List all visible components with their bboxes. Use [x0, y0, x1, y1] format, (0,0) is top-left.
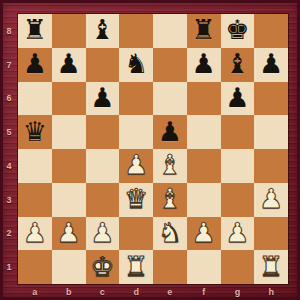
chess-diagram: 87654321 abcdefgh ♜♝♜♚♟♟♞♟♝♟♟♟♛♟♟♝♛♝♟♟♟♟…: [0, 0, 300, 300]
square-b2[interactable]: ♟: [52, 217, 86, 251]
piece-black-pawn-h7[interactable]: ♟: [259, 50, 283, 77]
piece-black-bishop-g7[interactable]: ♝: [225, 50, 249, 77]
square-h4[interactable]: [254, 149, 288, 183]
square-b7[interactable]: ♟: [52, 48, 86, 82]
file-label-b: b: [52, 284, 86, 300]
piece-black-queen-a5[interactable]: ♛: [23, 118, 47, 145]
square-d7[interactable]: ♞: [119, 48, 153, 82]
piece-white-queen-d3[interactable]: ♛: [124, 185, 148, 212]
piece-white-bishop-e4[interactable]: ♝: [158, 151, 182, 178]
rank-label-6: 6: [0, 82, 18, 116]
rank-label-2: 2: [0, 217, 18, 251]
square-h7[interactable]: ♟: [254, 48, 288, 82]
square-f1[interactable]: [187, 250, 221, 284]
rank-label-8: 8: [0, 14, 18, 48]
square-a6[interactable]: [18, 82, 52, 116]
square-c2[interactable]: ♟: [86, 217, 120, 251]
square-h1[interactable]: ♜: [254, 250, 288, 284]
square-d6[interactable]: [119, 82, 153, 116]
square-b4[interactable]: [52, 149, 86, 183]
piece-white-pawn-f2[interactable]: ♟: [192, 219, 216, 246]
piece-white-pawn-a2[interactable]: ♟: [23, 219, 47, 246]
square-h6[interactable]: [254, 82, 288, 116]
square-c7[interactable]: [86, 48, 120, 82]
piece-white-pawn-g2[interactable]: ♟: [225, 219, 249, 246]
square-e4[interactable]: ♝: [153, 149, 187, 183]
square-a7[interactable]: ♟: [18, 48, 52, 82]
square-f3[interactable]: [187, 183, 221, 217]
square-d2[interactable]: [119, 217, 153, 251]
square-b5[interactable]: [52, 115, 86, 149]
piece-white-pawn-h3[interactable]: ♟: [259, 185, 283, 212]
square-d4[interactable]: ♟: [119, 149, 153, 183]
rank-label-3: 3: [0, 183, 18, 217]
rank-label-7: 7: [0, 48, 18, 82]
rank-label-5: 5: [0, 115, 18, 149]
piece-black-pawn-a7[interactable]: ♟: [23, 50, 47, 77]
square-f2[interactable]: ♟: [187, 217, 221, 251]
square-g8[interactable]: ♚: [221, 14, 255, 48]
piece-black-pawn-b7[interactable]: ♟: [57, 50, 81, 77]
square-e2[interactable]: ♞: [153, 217, 187, 251]
rank-label-4: 4: [0, 149, 18, 183]
square-d3[interactable]: ♛: [119, 183, 153, 217]
square-g6[interactable]: ♟: [221, 82, 255, 116]
file-label-h: h: [254, 284, 288, 300]
square-e6[interactable]: [153, 82, 187, 116]
square-c5[interactable]: [86, 115, 120, 149]
file-label-d: d: [119, 284, 153, 300]
square-a8[interactable]: ♜: [18, 14, 52, 48]
piece-white-bishop-e3[interactable]: ♝: [158, 185, 182, 212]
chess-board: ♜♝♜♚♟♟♞♟♝♟♟♟♛♟♟♝♛♝♟♟♟♟♞♟♟♚♜♜: [18, 14, 288, 284]
square-c3[interactable]: [86, 183, 120, 217]
piece-black-rook-a8[interactable]: ♜: [23, 16, 47, 43]
file-label-f: f: [187, 284, 221, 300]
square-b3[interactable]: [52, 183, 86, 217]
square-f6[interactable]: [187, 82, 221, 116]
square-a5[interactable]: ♛: [18, 115, 52, 149]
file-label-c: c: [86, 284, 120, 300]
piece-white-rook-d1[interactable]: ♜: [124, 253, 148, 280]
square-g1[interactable]: [221, 250, 255, 284]
piece-white-pawn-b2[interactable]: ♟: [57, 219, 81, 246]
piece-white-knight-e2[interactable]: ♞: [158, 219, 182, 246]
piece-black-pawn-c6[interactable]: ♟: [90, 84, 114, 111]
piece-black-rook-f8[interactable]: ♜: [192, 16, 216, 43]
square-f4[interactable]: [187, 149, 221, 183]
piece-black-king-g8[interactable]: ♚: [225, 16, 249, 43]
square-c4[interactable]: [86, 149, 120, 183]
square-g7[interactable]: ♝: [221, 48, 255, 82]
square-h5[interactable]: [254, 115, 288, 149]
piece-white-pawn-d4[interactable]: ♟: [124, 151, 148, 178]
square-d1[interactable]: ♜: [119, 250, 153, 284]
piece-white-pawn-c2[interactable]: ♟: [90, 219, 114, 246]
square-a1[interactable]: [18, 250, 52, 284]
square-g2[interactable]: ♟: [221, 217, 255, 251]
rank-label-1: 1: [0, 250, 18, 284]
square-c8[interactable]: ♝: [86, 14, 120, 48]
square-d5[interactable]: [119, 115, 153, 149]
square-g5[interactable]: [221, 115, 255, 149]
square-e3[interactable]: ♝: [153, 183, 187, 217]
file-label-g: g: [221, 284, 255, 300]
square-d8[interactable]: [119, 14, 153, 48]
square-b8[interactable]: [52, 14, 86, 48]
square-e1[interactable]: [153, 250, 187, 284]
square-a3[interactable]: [18, 183, 52, 217]
square-b6[interactable]: [52, 82, 86, 116]
square-c1[interactable]: ♚: [86, 250, 120, 284]
piece-black-pawn-f7[interactable]: ♟: [192, 50, 216, 77]
piece-black-knight-d7[interactable]: ♞: [124, 50, 148, 77]
file-label-a: a: [18, 284, 52, 300]
square-a2[interactable]: ♟: [18, 217, 52, 251]
square-h3[interactable]: ♟: [254, 183, 288, 217]
square-e7[interactable]: [153, 48, 187, 82]
square-c6[interactable]: ♟: [86, 82, 120, 116]
piece-black-pawn-e5[interactable]: ♟: [158, 118, 182, 145]
file-label-e: e: [153, 284, 187, 300]
square-f8[interactable]: ♜: [187, 14, 221, 48]
square-f7[interactable]: ♟: [187, 48, 221, 82]
piece-white-king-c1[interactable]: ♚: [90, 253, 114, 280]
file-labels: abcdefgh: [18, 284, 288, 300]
square-e8[interactable]: [153, 14, 187, 48]
square-g4[interactable]: [221, 149, 255, 183]
square-e5[interactable]: ♟: [153, 115, 187, 149]
piece-white-rook-h1[interactable]: ♜: [259, 253, 283, 280]
square-b1[interactable]: [52, 250, 86, 284]
square-f5[interactable]: [187, 115, 221, 149]
piece-black-bishop-c8[interactable]: ♝: [90, 16, 114, 43]
square-h8[interactable]: [254, 14, 288, 48]
square-g3[interactable]: [221, 183, 255, 217]
piece-black-pawn-g6[interactable]: ♟: [225, 84, 249, 111]
rank-labels: 87654321: [0, 14, 18, 284]
square-h2[interactable]: [254, 217, 288, 251]
square-a4[interactable]: [18, 149, 52, 183]
